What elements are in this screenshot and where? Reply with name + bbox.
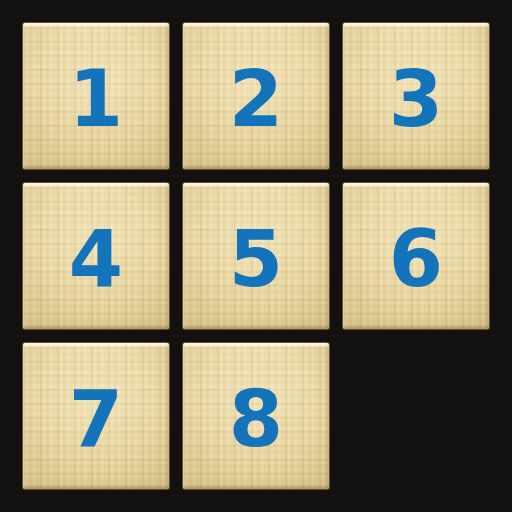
puzzle-board: 1 2 3 4 5 6 7 8 [0, 0, 512, 512]
tile-6-label: 6 [389, 220, 443, 298]
tile-6[interactable]: 6 [342, 182, 490, 330]
tile-4[interactable]: 4 [22, 182, 170, 330]
tile-1-label: 1 [69, 60, 123, 138]
tile-2-label: 2 [229, 60, 283, 138]
tile-3-label: 3 [389, 60, 443, 138]
tile-5-label: 5 [229, 220, 283, 298]
empty-cell [342, 342, 490, 490]
tile-4-label: 4 [69, 220, 123, 298]
tile-2[interactable]: 2 [182, 22, 330, 170]
tile-5[interactable]: 5 [182, 182, 330, 330]
tile-7-label: 7 [69, 380, 123, 458]
tile-7[interactable]: 7 [22, 342, 170, 490]
tile-8-label: 8 [229, 380, 283, 458]
tile-3[interactable]: 3 [342, 22, 490, 170]
tile-8[interactable]: 8 [182, 342, 330, 490]
tile-1[interactable]: 1 [22, 22, 170, 170]
